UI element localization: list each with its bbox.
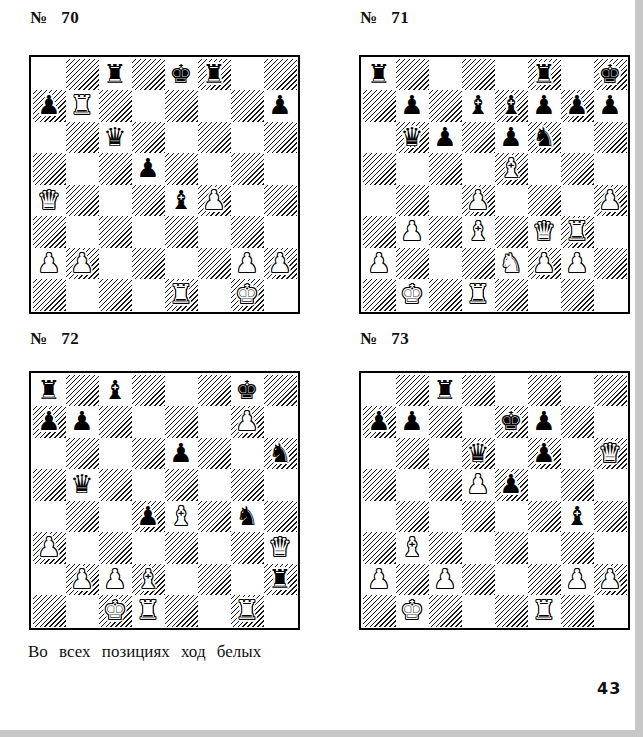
square-g6 xyxy=(561,122,594,154)
square-c2 xyxy=(429,248,462,280)
square-b6: ♛ xyxy=(396,122,429,154)
square-e7: ♚ xyxy=(495,406,528,438)
square-b5 xyxy=(396,153,429,185)
square-a6 xyxy=(363,122,396,154)
square-c8: ♝ xyxy=(99,375,132,407)
white-pawn-a2: ♟ xyxy=(367,248,390,280)
square-e6: ♟ xyxy=(495,122,528,154)
black-pawn-g7: ♟ xyxy=(565,90,588,122)
square-f2 xyxy=(198,248,231,280)
square-f3 xyxy=(528,532,561,564)
square-b3: ♟ xyxy=(396,216,429,248)
white-rook-g1: ♜ xyxy=(235,595,258,627)
square-a8 xyxy=(33,59,66,91)
square-f3 xyxy=(198,532,231,564)
square-h1 xyxy=(264,279,297,311)
white-pawn-c2: ♟ xyxy=(103,564,126,596)
square-f1 xyxy=(198,279,231,311)
square-g6 xyxy=(231,122,264,154)
square-e2 xyxy=(165,248,198,280)
white-pawn-h2: ♟ xyxy=(598,564,621,596)
square-e1 xyxy=(495,279,528,311)
white-pawn-b2: ♟ xyxy=(70,564,93,596)
square-c5 xyxy=(99,153,132,185)
square-c5 xyxy=(429,469,462,501)
black-rook-f8: ♜ xyxy=(532,59,555,91)
black-pawn-c6: ♟ xyxy=(433,122,456,154)
book-page: № 70 ♜♚♜♟♜♟♛♟♛♝♟♟♟♟♟♜♚ № 71 ♜♜♚♟♝♝♟♟♟♛♟♟… xyxy=(0,0,643,737)
square-f2 xyxy=(528,564,561,596)
black-queen-b6: ♛ xyxy=(400,122,423,154)
black-knight-h6: ♞ xyxy=(268,438,291,470)
square-a4 xyxy=(33,501,66,533)
black-pawn-e5: ♟ xyxy=(499,469,522,501)
square-a5 xyxy=(363,469,396,501)
square-c4 xyxy=(99,185,132,217)
white-pawn-b2: ♟ xyxy=(70,248,93,280)
square-a3 xyxy=(33,216,66,248)
square-a5 xyxy=(33,469,66,501)
square-c2: ♟ xyxy=(429,564,462,596)
square-d2 xyxy=(462,248,495,280)
square-c1 xyxy=(99,279,132,311)
black-pawn-b7: ♟ xyxy=(400,406,423,438)
square-g4: ♝ xyxy=(561,501,594,533)
square-c3 xyxy=(429,532,462,564)
black-rook-c8: ♜ xyxy=(433,375,456,407)
square-b8 xyxy=(66,375,99,407)
square-c7 xyxy=(99,90,132,122)
square-e8 xyxy=(495,375,528,407)
black-rook-c8: ♜ xyxy=(103,59,126,91)
square-d8 xyxy=(462,375,495,407)
square-h6: ♞ xyxy=(264,438,297,470)
square-c2: ♟ xyxy=(99,564,132,596)
square-b5 xyxy=(396,469,429,501)
square-g7: ♟ xyxy=(561,90,594,122)
square-d8 xyxy=(132,375,165,407)
square-d5: ♟ xyxy=(462,469,495,501)
square-e3 xyxy=(495,216,528,248)
black-pawn-b7: ♟ xyxy=(400,90,423,122)
chess-board-70: ♜♚♜♟♜♟♛♟♛♝♟♟♟♟♟♜♚ xyxy=(29,55,300,314)
square-c7 xyxy=(99,406,132,438)
square-e3 xyxy=(165,532,198,564)
square-a1 xyxy=(33,279,66,311)
square-h2: ♜ xyxy=(264,564,297,596)
square-a8: ♜ xyxy=(33,375,66,407)
square-g2 xyxy=(231,564,264,596)
square-h6 xyxy=(264,122,297,154)
white-pawn-c2: ♟ xyxy=(433,564,456,596)
chess-board-72: ♜♝♚♟♟♟♟♞♛♟♝♞♟♛♟♟♝♜♚♜♜ xyxy=(29,371,300,630)
square-e4 xyxy=(495,501,528,533)
square-c5 xyxy=(99,469,132,501)
white-bishop-d3: ♝ xyxy=(466,216,489,248)
square-f5 xyxy=(528,153,561,185)
square-d3 xyxy=(132,216,165,248)
square-c6: ♛ xyxy=(99,122,132,154)
square-f7 xyxy=(198,406,231,438)
black-pawn-f6: ♟ xyxy=(532,438,555,470)
square-b4 xyxy=(66,185,99,217)
square-h3 xyxy=(264,216,297,248)
square-h8 xyxy=(264,59,297,91)
square-h5 xyxy=(594,469,627,501)
square-b4 xyxy=(396,185,429,217)
white-king-b1: ♚ xyxy=(400,279,423,311)
square-b2 xyxy=(396,564,429,596)
square-h1 xyxy=(594,279,627,311)
square-d1: ♜ xyxy=(132,595,165,627)
square-e1 xyxy=(495,595,528,627)
square-f7 xyxy=(198,90,231,122)
square-b4 xyxy=(396,501,429,533)
square-g2: ♟ xyxy=(231,248,264,280)
square-g4 xyxy=(231,185,264,217)
black-knight-f6: ♞ xyxy=(532,122,555,154)
white-queen-a4: ♛ xyxy=(37,185,60,217)
white-pawn-g2: ♟ xyxy=(565,564,588,596)
square-e5: ♝ xyxy=(495,153,528,185)
square-f5 xyxy=(198,469,231,501)
square-f1 xyxy=(198,595,231,627)
square-h7 xyxy=(594,406,627,438)
square-c8 xyxy=(429,59,462,91)
square-e4 xyxy=(495,185,528,217)
square-e4: ♝ xyxy=(165,185,198,217)
square-g5 xyxy=(561,469,594,501)
white-rook-g3: ♜ xyxy=(565,216,588,248)
black-queen-c6: ♛ xyxy=(103,122,126,154)
black-king-e8: ♚ xyxy=(169,59,192,91)
square-b6 xyxy=(396,438,429,470)
black-pawn-h7: ♟ xyxy=(598,90,621,122)
square-f1 xyxy=(528,279,561,311)
square-b8 xyxy=(396,59,429,91)
square-d5 xyxy=(462,153,495,185)
black-pawn-e6: ♟ xyxy=(499,122,522,154)
square-g7 xyxy=(231,90,264,122)
square-f6: ♞ xyxy=(528,122,561,154)
white-pawn-a2: ♟ xyxy=(367,564,390,596)
square-d4: ♟ xyxy=(132,501,165,533)
white-pawn-g2: ♟ xyxy=(565,248,588,280)
square-a3 xyxy=(363,532,396,564)
square-h2: ♟ xyxy=(264,248,297,280)
square-e2: ♞ xyxy=(495,248,528,280)
square-a8 xyxy=(363,375,396,407)
page-edge-bottom xyxy=(0,730,643,737)
square-d4 xyxy=(462,501,495,533)
square-b1: ♚ xyxy=(396,279,429,311)
square-d1: ♜ xyxy=(462,279,495,311)
white-queen-f3: ♛ xyxy=(532,216,555,248)
square-g1 xyxy=(561,279,594,311)
square-a6 xyxy=(33,122,66,154)
square-c6 xyxy=(99,438,132,470)
square-c8: ♜ xyxy=(429,375,462,407)
square-e4: ♝ xyxy=(165,501,198,533)
square-g5 xyxy=(231,153,264,185)
square-b3: ♝ xyxy=(396,532,429,564)
square-b5: ♛ xyxy=(66,469,99,501)
square-d7 xyxy=(132,90,165,122)
white-pawn-h2: ♟ xyxy=(268,248,291,280)
square-d6: ♛ xyxy=(462,438,495,470)
white-bishop-e4: ♝ xyxy=(169,501,192,533)
page-edge-right xyxy=(635,0,643,737)
black-bishop-e4: ♝ xyxy=(169,185,192,217)
black-knight-g4: ♞ xyxy=(235,501,258,533)
square-h1 xyxy=(594,595,627,627)
square-d8 xyxy=(462,59,495,91)
square-c6 xyxy=(429,438,462,470)
square-h8 xyxy=(264,375,297,407)
square-c3 xyxy=(99,216,132,248)
white-bishop-d2: ♝ xyxy=(136,564,159,596)
square-b7: ♟ xyxy=(396,90,429,122)
square-h3 xyxy=(594,532,627,564)
square-g5 xyxy=(231,469,264,501)
square-e1 xyxy=(165,595,198,627)
square-g2: ♟ xyxy=(561,248,594,280)
square-c4 xyxy=(429,501,462,533)
square-h3: ♛ xyxy=(264,532,297,564)
square-g6 xyxy=(231,438,264,470)
square-b7: ♟ xyxy=(66,406,99,438)
square-h7: ♟ xyxy=(594,90,627,122)
white-king-b1: ♚ xyxy=(400,595,423,627)
square-a2 xyxy=(33,564,66,596)
square-a3 xyxy=(363,216,396,248)
white-queen-h3: ♛ xyxy=(268,532,291,564)
square-f3: ♛ xyxy=(528,216,561,248)
square-d4 xyxy=(132,185,165,217)
square-e2 xyxy=(495,564,528,596)
square-e5: ♟ xyxy=(495,469,528,501)
black-king-g8: ♚ xyxy=(235,375,258,407)
square-a6 xyxy=(363,438,396,470)
square-d2 xyxy=(132,248,165,280)
square-f7: ♟ xyxy=(528,406,561,438)
square-f7: ♟ xyxy=(528,90,561,122)
square-f8: ♜ xyxy=(528,59,561,91)
square-g4 xyxy=(561,185,594,217)
square-e6: ♟ xyxy=(165,438,198,470)
white-pawn-b3: ♟ xyxy=(400,216,423,248)
square-e1: ♜ xyxy=(165,279,198,311)
black-pawn-d4: ♟ xyxy=(136,501,159,533)
square-g2: ♟ xyxy=(561,564,594,596)
square-h7 xyxy=(264,406,297,438)
square-e2 xyxy=(165,564,198,596)
square-g7: ♟ xyxy=(231,406,264,438)
square-d1 xyxy=(462,595,495,627)
square-d6 xyxy=(132,122,165,154)
square-e7: ♝ xyxy=(495,90,528,122)
diagram-label-73: № 73 xyxy=(360,329,409,349)
square-f2 xyxy=(198,564,231,596)
square-c3 xyxy=(99,532,132,564)
square-g8 xyxy=(561,59,594,91)
square-a8: ♜ xyxy=(363,59,396,91)
white-pawn-a2: ♟ xyxy=(37,248,60,280)
square-g3 xyxy=(231,532,264,564)
white-bishop-b3: ♝ xyxy=(400,532,423,564)
square-f4: ♟ xyxy=(198,185,231,217)
white-king-g1: ♚ xyxy=(235,279,258,311)
black-pawn-a7: ♟ xyxy=(37,90,60,122)
square-h2 xyxy=(594,248,627,280)
square-a1 xyxy=(363,595,396,627)
square-a1 xyxy=(33,595,66,627)
white-pawn-f4: ♟ xyxy=(202,185,225,217)
square-e8 xyxy=(495,59,528,91)
square-d4: ♟ xyxy=(462,185,495,217)
square-d7 xyxy=(462,406,495,438)
white-queen-h6: ♛ xyxy=(598,438,621,470)
black-pawn-f7: ♟ xyxy=(532,90,555,122)
square-a7: ♟ xyxy=(363,406,396,438)
square-d7 xyxy=(132,406,165,438)
white-rook-d1: ♜ xyxy=(136,595,159,627)
square-c6: ♟ xyxy=(429,122,462,154)
square-d7: ♝ xyxy=(462,90,495,122)
black-queen-d6: ♛ xyxy=(466,438,489,470)
square-a4 xyxy=(363,501,396,533)
square-g4: ♞ xyxy=(231,501,264,533)
square-c1: ♚ xyxy=(99,595,132,627)
square-f2: ♟ xyxy=(528,248,561,280)
square-e3 xyxy=(165,216,198,248)
black-king-e7: ♚ xyxy=(499,406,522,438)
black-rook-a8: ♜ xyxy=(367,59,390,91)
black-rook-f8: ♜ xyxy=(202,59,225,91)
black-bishop-e7: ♝ xyxy=(499,90,522,122)
square-g8 xyxy=(231,59,264,91)
square-b4 xyxy=(66,501,99,533)
square-f8 xyxy=(198,375,231,407)
square-h7: ♟ xyxy=(264,90,297,122)
square-b1 xyxy=(66,279,99,311)
square-b5 xyxy=(66,153,99,185)
square-b3 xyxy=(66,216,99,248)
square-h4 xyxy=(264,501,297,533)
black-pawn-b7: ♟ xyxy=(70,406,93,438)
caption-white-to-move: Во всех позициях ход белых xyxy=(28,642,261,662)
square-g1: ♚ xyxy=(231,279,264,311)
black-pawn-e6: ♟ xyxy=(169,438,192,470)
black-pawn-a7: ♟ xyxy=(37,406,60,438)
square-g8 xyxy=(561,375,594,407)
square-b6 xyxy=(66,438,99,470)
square-d1 xyxy=(132,279,165,311)
square-a4 xyxy=(363,185,396,217)
black-pawn-f7: ♟ xyxy=(532,406,555,438)
white-rook-d1: ♜ xyxy=(466,279,489,311)
square-d3: ♝ xyxy=(462,216,495,248)
square-b2 xyxy=(396,248,429,280)
square-g8: ♚ xyxy=(231,375,264,407)
square-b3 xyxy=(66,532,99,564)
square-a2: ♟ xyxy=(363,564,396,596)
square-f6 xyxy=(198,438,231,470)
white-pawn-g7: ♟ xyxy=(235,406,258,438)
square-h8 xyxy=(594,375,627,407)
square-a3: ♟ xyxy=(33,532,66,564)
square-h5 xyxy=(594,153,627,185)
square-d3 xyxy=(132,532,165,564)
white-pawn-h4: ♟ xyxy=(598,185,621,217)
square-a7 xyxy=(363,90,396,122)
square-h4 xyxy=(594,501,627,533)
square-f1: ♜ xyxy=(528,595,561,627)
square-b7: ♜ xyxy=(66,90,99,122)
black-pawn-h7: ♟ xyxy=(268,90,291,122)
square-e5 xyxy=(165,153,198,185)
square-h2: ♟ xyxy=(594,564,627,596)
square-h6 xyxy=(594,122,627,154)
black-bishop-g4: ♝ xyxy=(565,501,588,533)
square-c7 xyxy=(429,90,462,122)
white-pawn-g2: ♟ xyxy=(235,248,258,280)
square-c5 xyxy=(429,153,462,185)
diagram-label-72: № 72 xyxy=(30,329,79,349)
square-e7 xyxy=(165,406,198,438)
square-f4 xyxy=(198,501,231,533)
square-d8 xyxy=(132,59,165,91)
square-d6 xyxy=(462,122,495,154)
square-e5 xyxy=(165,469,198,501)
square-h3 xyxy=(594,216,627,248)
square-c1 xyxy=(429,595,462,627)
white-knight-e2: ♞ xyxy=(499,248,522,280)
square-f6: ♟ xyxy=(528,438,561,470)
square-c8: ♜ xyxy=(99,59,132,91)
square-d5: ♟ xyxy=(132,153,165,185)
square-g3 xyxy=(231,216,264,248)
white-rook-f1: ♜ xyxy=(532,595,555,627)
square-h6: ♛ xyxy=(594,438,627,470)
chess-board-73: ♜♟♟♚♟♛♟♛♟♟♝♝♟♟♟♟♚♜ xyxy=(359,371,630,630)
black-queen-b5: ♛ xyxy=(70,469,93,501)
square-a7: ♟ xyxy=(33,90,66,122)
black-bishop-c8: ♝ xyxy=(103,375,126,407)
square-d3 xyxy=(462,532,495,564)
page-number: 43 xyxy=(597,679,621,698)
square-b6 xyxy=(66,122,99,154)
square-b2: ♟ xyxy=(66,564,99,596)
black-bishop-d7: ♝ xyxy=(466,90,489,122)
square-h5 xyxy=(264,153,297,185)
square-h4: ♟ xyxy=(594,185,627,217)
square-d2: ♝ xyxy=(132,564,165,596)
square-d5 xyxy=(132,469,165,501)
square-d6 xyxy=(132,438,165,470)
square-h8: ♚ xyxy=(594,59,627,91)
black-pawn-d5: ♟ xyxy=(136,153,159,185)
square-e8 xyxy=(165,375,198,407)
square-f8: ♜ xyxy=(198,59,231,91)
square-h4 xyxy=(264,185,297,217)
square-f5 xyxy=(198,153,231,185)
diagram-label-70: № 70 xyxy=(30,8,79,28)
square-a2: ♟ xyxy=(363,248,396,280)
square-f4 xyxy=(528,185,561,217)
square-g3: ♜ xyxy=(561,216,594,248)
square-b7: ♟ xyxy=(396,406,429,438)
